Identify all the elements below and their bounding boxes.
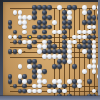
board-frame-bottom xyxy=(0,96,100,100)
stone-layer xyxy=(8,5,100,98)
board-frame-right xyxy=(98,0,100,100)
board-frame-left xyxy=(0,0,3,100)
go-board[interactable] xyxy=(3,2,98,96)
last-move-marker xyxy=(29,36,31,38)
go-app-window xyxy=(0,0,100,100)
board-frame-top xyxy=(0,0,100,2)
